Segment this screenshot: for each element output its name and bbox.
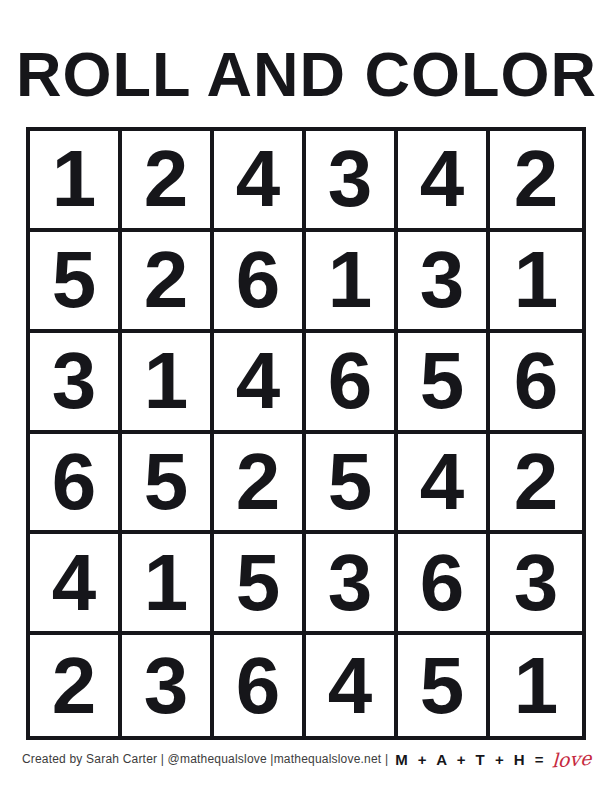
grid-cell-r2c3[interactable]: 6	[214, 232, 306, 333]
grid-cell-r4c2[interactable]: 5	[122, 434, 214, 535]
grid-cell-r2c4[interactable]: 1	[306, 232, 398, 333]
grid-cell-r5c2[interactable]: 1	[122, 534, 214, 635]
grid-cell-r1c2[interactable]: 2	[122, 131, 214, 232]
credit-text: Created by Sarah Carter | @mathequalslov…	[22, 752, 388, 766]
grid-cell-r3c3[interactable]: 4	[214, 333, 306, 434]
grid-cell-r4c3[interactable]: 2	[214, 434, 306, 535]
roll-and-color-grid: 124342526131314656652542415363236451	[26, 127, 586, 740]
grid-cell-r5c1[interactable]: 4	[30, 534, 122, 635]
grid-cell-r1c4[interactable]: 3	[306, 131, 398, 232]
grid-cell-r6c1[interactable]: 2	[30, 635, 122, 736]
grid-cell-r1c1[interactable]: 1	[30, 131, 122, 232]
grid-cell-r4c6[interactable]: 2	[490, 434, 582, 535]
grid-cell-r6c5[interactable]: 5	[398, 635, 490, 736]
grid-cell-r2c2[interactable]: 2	[122, 232, 214, 333]
brand-math-text: M + A + T + H =	[395, 751, 546, 768]
grid-cell-r2c5[interactable]: 3	[398, 232, 490, 333]
grid-cell-r1c6[interactable]: 2	[490, 131, 582, 232]
grid-cell-r3c1[interactable]: 3	[30, 333, 122, 434]
grid-cell-r3c6[interactable]: 6	[490, 333, 582, 434]
grid-cell-r4c1[interactable]: 6	[30, 434, 122, 535]
grid-cell-r5c3[interactable]: 5	[214, 534, 306, 635]
grid-cell-r5c4[interactable]: 3	[306, 534, 398, 635]
grid-cell-r4c5[interactable]: 4	[398, 434, 490, 535]
grid-cell-r4c4[interactable]: 5	[306, 434, 398, 535]
grid-cell-r1c3[interactable]: 4	[214, 131, 306, 232]
worksheet-page: ROLL AND COLOR 1243425261313146566525424…	[0, 0, 613, 805]
grid-cell-r3c4[interactable]: 6	[306, 333, 398, 434]
grid-cell-r3c2[interactable]: 1	[122, 333, 214, 434]
grid-cell-r1c5[interactable]: 4	[398, 131, 490, 232]
grid-cell-r6c3[interactable]: 6	[214, 635, 306, 736]
grid-cell-r3c5[interactable]: 5	[398, 333, 490, 434]
grid-cell-r6c2[interactable]: 3	[122, 635, 214, 736]
grid-cell-r6c4[interactable]: 4	[306, 635, 398, 736]
grid-cell-r5c6[interactable]: 3	[490, 534, 582, 635]
grid-cell-r2c1[interactable]: 5	[30, 232, 122, 333]
grid-cell-r2c6[interactable]: 1	[490, 232, 582, 333]
grid-cell-r5c5[interactable]: 6	[398, 534, 490, 635]
footer-credit-line: Created by Sarah Carter | @mathequalslov…	[0, 748, 613, 770]
grid-cell-r6c6[interactable]: 1	[490, 635, 582, 736]
page-title: ROLL AND COLOR	[0, 38, 613, 110]
brand-love-script: love	[551, 747, 591, 772]
